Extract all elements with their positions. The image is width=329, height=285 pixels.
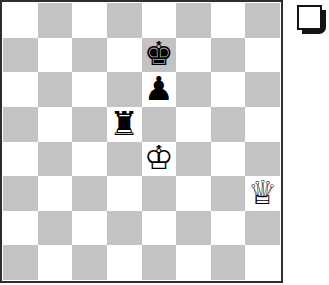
square-f5[interactable] — [176, 107, 211, 142]
square-b3[interactable] — [38, 176, 73, 211]
square-c6[interactable] — [72, 72, 107, 107]
square-a5[interactable] — [3, 107, 38, 142]
square-d3[interactable] — [107, 176, 142, 211]
white-to-move-icon-face — [297, 5, 322, 30]
square-g2[interactable] — [211, 211, 246, 246]
square-b4[interactable] — [38, 142, 73, 177]
square-h7[interactable] — [245, 38, 280, 73]
piece-black-king[interactable]: ♚ — [144, 37, 174, 70]
square-g6[interactable] — [211, 72, 246, 107]
piece-white-king[interactable]: ♔ — [144, 141, 174, 174]
square-f1[interactable] — [176, 245, 211, 280]
square-d6[interactable] — [107, 72, 142, 107]
square-h1[interactable] — [245, 245, 280, 280]
square-d1[interactable] — [107, 245, 142, 280]
square-c4[interactable] — [72, 142, 107, 177]
square-d4[interactable] — [107, 142, 142, 177]
square-a3[interactable] — [3, 176, 38, 211]
square-b6[interactable] — [38, 72, 73, 107]
square-b5[interactable] — [38, 107, 73, 142]
square-e8[interactable] — [142, 3, 177, 38]
white-to-move-icon — [297, 5, 327, 35]
puzzle-panel: ♚♟♜♔♕ — [0, 0, 329, 285]
square-g1[interactable] — [211, 245, 246, 280]
chess-board: ♚♟♜♔♕ — [0, 0, 283, 283]
square-a7[interactable] — [3, 38, 38, 73]
square-a6[interactable] — [3, 72, 38, 107]
square-c1[interactable] — [72, 245, 107, 280]
square-b8[interactable] — [38, 3, 73, 38]
square-h4[interactable] — [245, 142, 280, 177]
square-g5[interactable] — [211, 107, 246, 142]
square-a8[interactable] — [3, 3, 38, 38]
square-e7[interactable]: ♚ — [142, 38, 177, 73]
square-a4[interactable] — [3, 142, 38, 177]
square-c8[interactable] — [72, 3, 107, 38]
square-a1[interactable] — [3, 245, 38, 280]
piece-black-rook[interactable]: ♜ — [109, 107, 139, 140]
square-h3[interactable]: ♕ — [245, 176, 280, 211]
square-g7[interactable] — [211, 38, 246, 73]
square-d7[interactable] — [107, 38, 142, 73]
square-e6[interactable]: ♟ — [142, 72, 177, 107]
square-h2[interactable] — [245, 211, 280, 246]
square-c3[interactable] — [72, 176, 107, 211]
square-h6[interactable] — [245, 72, 280, 107]
square-f6[interactable] — [176, 72, 211, 107]
square-h5[interactable] — [245, 107, 280, 142]
square-b1[interactable] — [38, 245, 73, 280]
square-e3[interactable] — [142, 176, 177, 211]
square-f8[interactable] — [176, 3, 211, 38]
square-b2[interactable] — [38, 211, 73, 246]
square-c7[interactable] — [72, 38, 107, 73]
piece-black-pawn[interactable]: ♟ — [144, 72, 174, 105]
square-a2[interactable] — [3, 211, 38, 246]
square-d8[interactable] — [107, 3, 142, 38]
square-g4[interactable] — [211, 142, 246, 177]
square-f7[interactable] — [176, 38, 211, 73]
square-c2[interactable] — [72, 211, 107, 246]
square-g8[interactable] — [211, 3, 246, 38]
square-e5[interactable] — [142, 107, 177, 142]
square-e2[interactable] — [142, 211, 177, 246]
square-c5[interactable] — [72, 107, 107, 142]
square-f4[interactable] — [176, 142, 211, 177]
square-f3[interactable] — [176, 176, 211, 211]
square-b7[interactable] — [38, 38, 73, 73]
square-h8[interactable] — [245, 3, 280, 38]
square-e1[interactable] — [142, 245, 177, 280]
square-d5[interactable]: ♜ — [107, 107, 142, 142]
square-g3[interactable] — [211, 176, 246, 211]
square-e4[interactable]: ♔ — [142, 142, 177, 177]
piece-white-queen[interactable]: ♕ — [248, 176, 278, 209]
square-f2[interactable] — [176, 211, 211, 246]
square-d2[interactable] — [107, 211, 142, 246]
